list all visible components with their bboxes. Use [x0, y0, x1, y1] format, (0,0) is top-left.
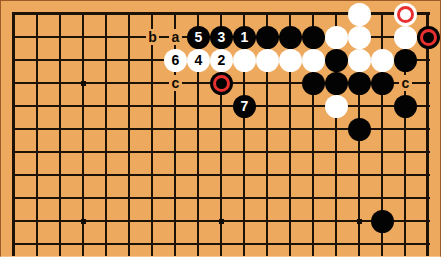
stone-black — [325, 49, 348, 72]
stone-black — [371, 72, 394, 95]
stone-black — [348, 118, 371, 141]
red-circle-marker — [213, 75, 230, 92]
circled-black-stone — [417, 26, 440, 49]
stone-black — [348, 72, 371, 95]
stone-black — [256, 26, 279, 49]
point-label-b: b — [146, 29, 159, 45]
stone-black — [394, 49, 417, 72]
stone-white — [256, 49, 279, 72]
circled-white-stone — [394, 3, 417, 26]
grid-line-horizontal — [12, 197, 430, 199]
red-circle-marker — [397, 6, 414, 23]
stone-black — [394, 95, 417, 118]
stone-black — [302, 26, 325, 49]
circled-black-stone — [210, 72, 233, 95]
stone-white — [233, 49, 256, 72]
stone-white — [394, 26, 417, 49]
star-point — [81, 219, 86, 224]
red-circle-marker — [420, 29, 437, 46]
star-point — [357, 219, 362, 224]
move-3-stone-black: 3 — [210, 26, 233, 49]
point-label-c: c — [399, 75, 412, 91]
stone-black — [302, 72, 325, 95]
move-2-stone-white: 2 — [210, 49, 233, 72]
stone-white — [348, 26, 371, 49]
grid-line-horizontal — [12, 243, 430, 245]
move-5-stone-black: 5 — [187, 26, 210, 49]
star-point — [219, 219, 224, 224]
move-4-stone-white: 4 — [187, 49, 210, 72]
move-6-stone-white: 6 — [164, 49, 187, 72]
stone-white — [279, 49, 302, 72]
stone-white — [348, 49, 371, 72]
grid-line-horizontal — [12, 151, 430, 153]
star-point — [81, 81, 86, 86]
stone-black — [325, 72, 348, 95]
move-1-stone-black: 1 — [233, 26, 256, 49]
stone-white — [325, 26, 348, 49]
stone-black — [279, 26, 302, 49]
stone-white — [325, 95, 348, 118]
stone-white — [302, 49, 325, 72]
stone-white — [348, 3, 371, 26]
grid-line-horizontal — [12, 174, 430, 176]
move-7-stone-black: 7 — [233, 95, 256, 118]
go-diagram: 5316427bacc — [0, 0, 441, 257]
go-board: 5316427bacc — [0, 0, 441, 257]
grid-line-horizontal — [12, 105, 430, 107]
point-label-a: a — [169, 29, 182, 45]
stone-black — [371, 210, 394, 233]
stone-white — [371, 49, 394, 72]
point-label-c: c — [169, 75, 182, 91]
